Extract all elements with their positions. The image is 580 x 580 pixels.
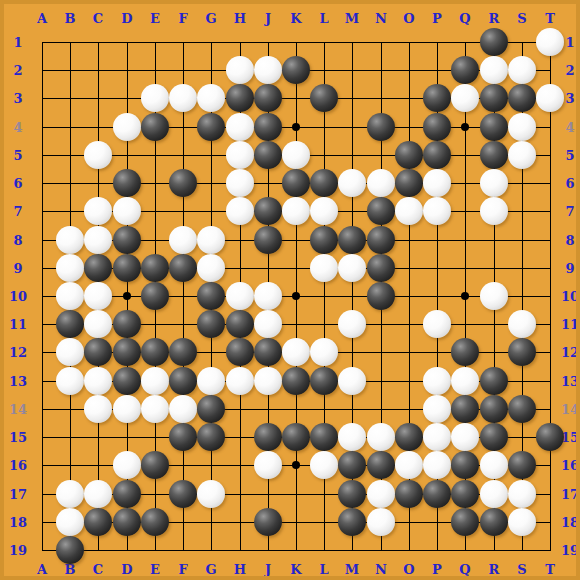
stone-black-K6[interactable] <box>282 169 310 197</box>
stone-white-B12[interactable] <box>56 338 84 366</box>
stone-black-E9[interactable] <box>141 254 169 282</box>
stone-black-O5[interactable] <box>395 141 423 169</box>
stone-white-C13[interactable] <box>84 367 112 395</box>
stone-black-S14[interactable] <box>508 395 536 423</box>
column-label-bottom: J <box>265 563 271 576</box>
stone-white-C17[interactable] <box>84 480 112 508</box>
stone-black-E10[interactable] <box>141 282 169 310</box>
column-label-top: D <box>121 12 132 25</box>
stone-white-H7[interactable] <box>226 197 254 225</box>
stone-black-S3[interactable] <box>508 84 536 112</box>
column-label-bottom: F <box>178 563 187 576</box>
stone-black-J7[interactable] <box>254 197 282 225</box>
stone-white-P14[interactable] <box>423 395 451 423</box>
stone-black-J12[interactable] <box>254 338 282 366</box>
column-label-top: O <box>403 12 414 25</box>
column-label-bottom: A <box>37 563 47 576</box>
column-label-top: P <box>432 12 442 25</box>
stone-white-P11[interactable] <box>423 310 451 338</box>
star-point <box>123 292 131 300</box>
row-label-left: 1 <box>13 36 22 49</box>
column-label-bottom: N <box>375 563 387 576</box>
stone-black-Q14[interactable] <box>451 395 479 423</box>
row-label-right: 11 <box>561 318 579 331</box>
stone-black-E16[interactable] <box>141 451 169 479</box>
stone-white-Q15[interactable] <box>451 423 479 451</box>
stone-black-N8[interactable] <box>367 226 395 254</box>
row-label-right: 5 <box>565 149 574 162</box>
star-point <box>292 461 300 469</box>
stone-white-D7[interactable] <box>113 197 141 225</box>
stone-white-D14[interactable] <box>113 395 141 423</box>
column-label-bottom: T <box>545 563 555 576</box>
stone-white-C14[interactable] <box>84 395 112 423</box>
stone-white-D4[interactable] <box>113 113 141 141</box>
stone-black-P3[interactable] <box>423 84 451 112</box>
stone-black-R5[interactable] <box>480 141 508 169</box>
stone-black-J8[interactable] <box>254 226 282 254</box>
stone-white-B9[interactable] <box>56 254 84 282</box>
stone-white-L16[interactable] <box>310 451 338 479</box>
row-label-right: 3 <box>565 92 574 105</box>
stone-white-J2[interactable] <box>254 56 282 84</box>
stone-white-H2[interactable] <box>226 56 254 84</box>
stone-black-S12[interactable] <box>508 338 536 366</box>
stone-white-E3[interactable] <box>141 84 169 112</box>
row-label-left: 18 <box>9 516 27 529</box>
stone-white-N18[interactable] <box>367 508 395 536</box>
stone-white-T1[interactable] <box>536 28 564 56</box>
stone-black-K2[interactable] <box>282 56 310 84</box>
row-label-right: 16 <box>561 459 579 472</box>
column-label-top: C <box>93 12 103 25</box>
stone-black-M17[interactable] <box>338 480 366 508</box>
stone-black-F9[interactable] <box>169 254 197 282</box>
column-label-top: B <box>65 12 76 25</box>
row-label-left: 5 <box>13 149 22 162</box>
row-label-left: 14 <box>9 403 27 416</box>
column-label-top: H <box>234 12 246 25</box>
stone-white-C5[interactable] <box>84 141 112 169</box>
stone-white-C11[interactable] <box>84 310 112 338</box>
stone-white-S17[interactable] <box>508 480 536 508</box>
stone-white-P6[interactable] <box>423 169 451 197</box>
stone-black-R14[interactable] <box>480 395 508 423</box>
stone-black-M8[interactable] <box>338 226 366 254</box>
grid-line-vertical <box>550 42 551 551</box>
row-label-right: 10 <box>561 290 579 303</box>
stone-black-M16[interactable] <box>338 451 366 479</box>
stone-black-N10[interactable] <box>367 282 395 310</box>
stone-black-K13[interactable] <box>282 367 310 395</box>
column-label-bottom: O <box>403 563 414 576</box>
stone-white-D16[interactable] <box>113 451 141 479</box>
stone-white-J10[interactable] <box>254 282 282 310</box>
stone-black-D8[interactable] <box>113 226 141 254</box>
stone-black-J15[interactable] <box>254 423 282 451</box>
row-label-left: 13 <box>9 375 27 388</box>
stone-black-G11[interactable] <box>197 310 225 338</box>
stone-black-D13[interactable] <box>113 367 141 395</box>
row-label-left: 16 <box>9 459 27 472</box>
stone-black-L6[interactable] <box>310 169 338 197</box>
row-label-right: 2 <box>565 64 574 77</box>
stone-black-F13[interactable] <box>169 367 197 395</box>
stone-black-Q17[interactable] <box>451 480 479 508</box>
row-label-left: 6 <box>13 177 22 190</box>
row-label-right: 8 <box>565 234 574 247</box>
stone-black-J18[interactable] <box>254 508 282 536</box>
column-label-top: Q <box>459 12 470 25</box>
stone-black-O15[interactable] <box>395 423 423 451</box>
column-label-bottom: L <box>319 563 328 576</box>
stone-white-J11[interactable] <box>254 310 282 338</box>
column-label-bottom: M <box>345 563 359 576</box>
column-label-bottom: C <box>93 563 103 576</box>
column-label-top: E <box>150 12 160 25</box>
stone-black-Q12[interactable] <box>451 338 479 366</box>
star-point <box>292 292 300 300</box>
stone-black-D17[interactable] <box>113 480 141 508</box>
stone-black-J3[interactable] <box>254 84 282 112</box>
stone-black-R18[interactable] <box>480 508 508 536</box>
stone-white-G17[interactable] <box>197 480 225 508</box>
column-label-bottom: Q <box>459 563 470 576</box>
stone-white-P7[interactable] <box>423 197 451 225</box>
stone-black-J4[interactable] <box>254 113 282 141</box>
stone-black-S16[interactable] <box>508 451 536 479</box>
row-label-right: 1 <box>565 36 574 49</box>
stone-white-R7[interactable] <box>480 197 508 225</box>
stone-white-T3[interactable] <box>536 84 564 112</box>
row-label-right: 9 <box>565 262 574 275</box>
stone-black-T15[interactable] <box>536 423 564 451</box>
column-label-bottom: H <box>234 563 246 576</box>
stone-black-C9[interactable] <box>84 254 112 282</box>
stone-white-F8[interactable] <box>169 226 197 254</box>
stone-white-C8[interactable] <box>84 226 112 254</box>
stone-black-O17[interactable] <box>395 480 423 508</box>
stone-black-E4[interactable] <box>141 113 169 141</box>
stone-white-K7[interactable] <box>282 197 310 225</box>
stone-white-P16[interactable] <box>423 451 451 479</box>
stone-black-Q18[interactable] <box>451 508 479 536</box>
stone-white-P13[interactable] <box>423 367 451 395</box>
row-label-left: 3 <box>13 92 22 105</box>
stone-black-C12[interactable] <box>84 338 112 366</box>
stone-black-D12[interactable] <box>113 338 141 366</box>
stone-white-B13[interactable] <box>56 367 84 395</box>
row-label-left: 19 <box>9 544 27 557</box>
stone-black-G10[interactable] <box>197 282 225 310</box>
row-label-left: 7 <box>13 205 22 218</box>
column-label-top: R <box>489 12 500 25</box>
row-label-right: 13 <box>561 375 579 388</box>
stone-white-G9[interactable] <box>197 254 225 282</box>
stone-black-L8[interactable] <box>310 226 338 254</box>
stone-white-E13[interactable] <box>141 367 169 395</box>
row-label-right: 18 <box>561 516 579 529</box>
stone-black-C18[interactable] <box>84 508 112 536</box>
stone-white-J13[interactable] <box>254 367 282 395</box>
stone-white-G3[interactable] <box>197 84 225 112</box>
column-label-top: A <box>37 12 47 25</box>
stone-white-G13[interactable] <box>197 367 225 395</box>
stone-black-H11[interactable] <box>226 310 254 338</box>
column-label-bottom: R <box>489 563 500 576</box>
stone-white-N15[interactable] <box>367 423 395 451</box>
column-label-bottom: P <box>432 563 442 576</box>
column-label-bottom: B <box>65 563 76 576</box>
stone-black-R13[interactable] <box>480 367 508 395</box>
stone-white-H4[interactable] <box>226 113 254 141</box>
stone-black-L3[interactable] <box>310 84 338 112</box>
column-label-bottom: G <box>205 563 216 576</box>
column-label-top: G <box>205 12 216 25</box>
stone-black-J5[interactable] <box>254 141 282 169</box>
stone-black-K15[interactable] <box>282 423 310 451</box>
stone-white-J16[interactable] <box>254 451 282 479</box>
row-label-left: 2 <box>13 64 22 77</box>
column-label-top: J <box>265 12 271 25</box>
star-point <box>292 123 300 131</box>
stone-black-P4[interactable] <box>423 113 451 141</box>
column-label-top: K <box>290 12 301 25</box>
row-label-right: 12 <box>561 346 579 359</box>
stone-black-G14[interactable] <box>197 395 225 423</box>
row-label-right: 17 <box>561 488 579 501</box>
stone-white-R10[interactable] <box>480 282 508 310</box>
column-label-top: M <box>345 12 359 25</box>
stone-white-H13[interactable] <box>226 367 254 395</box>
column-label-top: S <box>517 12 526 25</box>
stone-black-G4[interactable] <box>197 113 225 141</box>
star-point <box>461 292 469 300</box>
row-label-left: 11 <box>9 318 27 331</box>
stone-white-H6[interactable] <box>226 169 254 197</box>
stone-white-C7[interactable] <box>84 197 112 225</box>
stone-white-R6[interactable] <box>480 169 508 197</box>
stone-white-R17[interactable] <box>480 480 508 508</box>
stone-black-F12[interactable] <box>169 338 197 366</box>
stone-white-R16[interactable] <box>480 451 508 479</box>
go-board[interactable]: AABBCCDDEEFFGGHHJJKKLLMMNNOOPPQQRRSSTT11… <box>0 0 580 580</box>
stone-white-S4[interactable] <box>508 113 536 141</box>
column-label-bottom: E <box>150 563 160 576</box>
row-label-left: 8 <box>13 234 22 247</box>
stone-black-F17[interactable] <box>169 480 197 508</box>
column-label-top: F <box>178 12 187 25</box>
column-label-top: N <box>375 12 387 25</box>
stone-black-Q2[interactable] <box>451 56 479 84</box>
stone-black-D11[interactable] <box>113 310 141 338</box>
stone-white-L12[interactable] <box>310 338 338 366</box>
stone-black-R3[interactable] <box>480 84 508 112</box>
column-label-top: L <box>319 12 328 25</box>
stone-white-B17[interactable] <box>56 480 84 508</box>
stone-black-D6[interactable] <box>113 169 141 197</box>
stone-black-N4[interactable] <box>367 113 395 141</box>
stone-white-F14[interactable] <box>169 395 197 423</box>
row-label-left: 17 <box>9 488 27 501</box>
stone-white-K12[interactable] <box>282 338 310 366</box>
row-label-left: 10 <box>9 290 27 303</box>
stone-white-N6[interactable] <box>367 169 395 197</box>
column-label-bottom: D <box>121 563 132 576</box>
stone-black-N9[interactable] <box>367 254 395 282</box>
stone-black-Q16[interactable] <box>451 451 479 479</box>
stone-black-L15[interactable] <box>310 423 338 451</box>
stone-black-P17[interactable] <box>423 480 451 508</box>
stone-white-M13[interactable] <box>338 367 366 395</box>
stone-black-P5[interactable] <box>423 141 451 169</box>
row-label-right: 14 <box>561 403 579 416</box>
stone-white-S5[interactable] <box>508 141 536 169</box>
stone-black-F6[interactable] <box>169 169 197 197</box>
stone-white-L7[interactable] <box>310 197 338 225</box>
stone-white-N17[interactable] <box>367 480 395 508</box>
stone-white-S11[interactable] <box>508 310 536 338</box>
stone-black-M18[interactable] <box>338 508 366 536</box>
stone-black-D9[interactable] <box>113 254 141 282</box>
row-label-right: 4 <box>565 121 574 134</box>
stone-black-E18[interactable] <box>141 508 169 536</box>
stone-white-B18[interactable] <box>56 508 84 536</box>
stone-white-L9[interactable] <box>310 254 338 282</box>
stone-white-B10[interactable] <box>56 282 84 310</box>
stone-white-O7[interactable] <box>395 197 423 225</box>
stone-white-E14[interactable] <box>141 395 169 423</box>
stone-white-H5[interactable] <box>226 141 254 169</box>
stone-white-Q13[interactable] <box>451 367 479 395</box>
stone-black-D18[interactable] <box>113 508 141 536</box>
stone-white-M9[interactable] <box>338 254 366 282</box>
grid-line-horizontal <box>42 550 551 551</box>
row-label-right: 6 <box>565 177 574 190</box>
stone-black-H12[interactable] <box>226 338 254 366</box>
stone-white-P15[interactable] <box>423 423 451 451</box>
stone-black-F15[interactable] <box>169 423 197 451</box>
column-label-bottom: K <box>290 563 301 576</box>
stone-black-N16[interactable] <box>367 451 395 479</box>
stone-white-F3[interactable] <box>169 84 197 112</box>
stone-white-M11[interactable] <box>338 310 366 338</box>
stone-white-S2[interactable] <box>508 56 536 84</box>
stone-white-B8[interactable] <box>56 226 84 254</box>
row-label-right: 7 <box>565 205 574 218</box>
stone-black-O6[interactable] <box>395 169 423 197</box>
stone-black-L13[interactable] <box>310 367 338 395</box>
stone-black-R4[interactable] <box>480 113 508 141</box>
column-label-top: T <box>545 12 555 25</box>
stone-black-H3[interactable] <box>226 84 254 112</box>
stone-black-G15[interactable] <box>197 423 225 451</box>
row-label-left: 12 <box>9 346 27 359</box>
stone-black-B11[interactable] <box>56 310 84 338</box>
stone-black-B19[interactable] <box>56 536 84 564</box>
stone-white-S18[interactable] <box>508 508 536 536</box>
stone-white-O16[interactable] <box>395 451 423 479</box>
stone-white-K5[interactable] <box>282 141 310 169</box>
row-label-left: 9 <box>13 262 22 275</box>
stone-white-M15[interactable] <box>338 423 366 451</box>
row-label-right: 19 <box>561 544 579 557</box>
stone-black-R1[interactable] <box>480 28 508 56</box>
column-label-bottom: S <box>517 563 526 576</box>
stone-black-R15[interactable] <box>480 423 508 451</box>
stone-white-Q3[interactable] <box>451 84 479 112</box>
stone-white-G8[interactable] <box>197 226 225 254</box>
star-point <box>461 123 469 131</box>
stone-white-H10[interactable] <box>226 282 254 310</box>
row-label-left: 4 <box>13 121 22 134</box>
row-label-left: 15 <box>9 431 27 444</box>
stone-black-E12[interactable] <box>141 338 169 366</box>
stone-white-C10[interactable] <box>84 282 112 310</box>
stone-white-R2[interactable] <box>480 56 508 84</box>
stone-black-N7[interactable] <box>367 197 395 225</box>
stone-white-M6[interactable] <box>338 169 366 197</box>
